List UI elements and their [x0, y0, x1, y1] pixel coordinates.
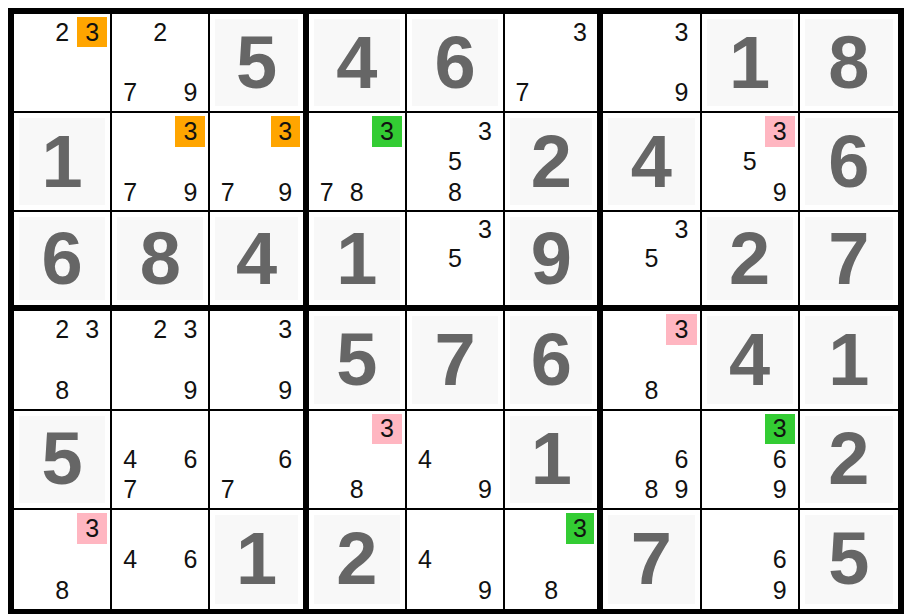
empty-candidate-slot: [765, 513, 795, 544]
empty-candidate-slot: [440, 544, 470, 575]
cell-r1c4[interactable]: 4: [309, 14, 407, 113]
empty-candidate-slot: [735, 414, 765, 444]
candidate-6: 6: [271, 444, 300, 474]
empty-candidate-slot: [242, 474, 271, 504]
empty-candidate-slot: [636, 273, 666, 302]
empty-candidate-slot: [242, 314, 271, 344]
empty-candidate-slot: [372, 444, 402, 474]
empty-candidate-slot: [508, 17, 537, 47]
cell-r5c9[interactable]: 2: [800, 411, 898, 510]
cell-r1c9[interactable]: 8: [800, 14, 898, 113]
candidate-3-highlight-orange: 3: [175, 116, 205, 146]
solved-digit: 5: [314, 316, 400, 403]
solved-digit: 2: [805, 416, 893, 503]
empty-candidate-slot: [636, 345, 666, 375]
candidate-6: 6: [765, 544, 795, 575]
empty-candidate-slot: [145, 474, 175, 504]
empty-candidate-slot: [537, 17, 566, 47]
empty-candidate-slot: [77, 47, 107, 77]
empty-candidate-slot: [372, 147, 402, 177]
cell-r4c2[interactable]: 239: [112, 311, 210, 410]
solved-digit: 7: [412, 316, 498, 403]
empty-candidate-slot: [145, 575, 175, 606]
candidate-3: 3: [666, 17, 696, 47]
cell-r6c4[interactable]: 2: [309, 510, 407, 609]
empty-candidate-slot: [410, 474, 440, 504]
candidate-9: 9: [765, 474, 795, 504]
solved-digit: 6: [805, 118, 893, 205]
empty-candidate-slot: [145, 47, 175, 77]
empty-candidate-slot: [213, 147, 242, 177]
empty-candidate-slot: [606, 314, 636, 344]
solved-digit: 7: [805, 217, 893, 300]
empty-candidate-slot: [606, 414, 636, 444]
cell-r2c7[interactable]: 4: [603, 113, 701, 212]
empty-candidate-slot: [115, 116, 145, 146]
empty-candidate-slot: [312, 474, 342, 504]
empty-candidate-slot: [470, 147, 500, 177]
empty-candidate-slot: [470, 177, 500, 207]
candidate-9: 9: [175, 177, 205, 207]
empty-candidate-slot: [17, 78, 47, 108]
empty-candidate-slot: [666, 244, 696, 273]
empty-candidate-slot: [312, 116, 342, 146]
empty-candidate-slot: [242, 177, 271, 207]
cell-r1c1[interactable]: 23: [14, 14, 112, 113]
empty-candidate-slot: [606, 273, 636, 302]
candidate-3-highlight-green: 3: [372, 116, 402, 146]
candidate-8: 8: [537, 575, 566, 606]
empty-candidate-slot: [735, 444, 765, 474]
cell-r4c4[interactable]: 5: [309, 311, 407, 410]
empty-candidate-slot: [606, 244, 636, 273]
cell-r3c6[interactable]: 9: [505, 212, 603, 311]
empty-candidate-slot: [606, 345, 636, 375]
empty-candidate-slot: [115, 147, 145, 177]
empty-candidate-slot: [566, 544, 595, 575]
empty-candidate-slot: [410, 575, 440, 606]
cell-r2c8[interactable]: 359: [702, 113, 800, 212]
empty-candidate-slot: [17, 544, 47, 575]
cell-r3c3[interactable]: 4: [210, 212, 308, 311]
cell-r2c1[interactable]: 1: [14, 113, 112, 212]
cell-r1c2[interactable]: 279: [112, 14, 210, 113]
candidate-3: 3: [271, 314, 300, 344]
empty-candidate-slot: [440, 414, 470, 444]
candidate-7: 7: [213, 474, 242, 504]
empty-candidate-slot: [666, 414, 696, 444]
solved-digit: 4: [707, 316, 793, 403]
candidate-3-highlight-orange: 3: [77, 17, 107, 47]
cell-r5c7[interactable]: 689: [603, 411, 701, 510]
solved-digit: 1: [510, 416, 592, 503]
empty-candidate-slot: [705, 147, 735, 177]
empty-candidate-slot: [77, 575, 107, 606]
empty-candidate-slot: [636, 47, 666, 77]
cell-r4c8[interactable]: 4: [702, 311, 800, 410]
cell-r3c2[interactable]: 8: [112, 212, 210, 311]
solved-digit: 4: [215, 217, 297, 300]
empty-candidate-slot: [636, 444, 666, 474]
candidate-2: 2: [47, 17, 77, 47]
candidate-5: 5: [636, 244, 666, 273]
cell-r3c9[interactable]: 7: [800, 212, 898, 311]
candidate-3: 3: [175, 314, 205, 344]
empty-candidate-slot: [566, 575, 595, 606]
candidate-7: 7: [213, 177, 242, 207]
cell-r1c7[interactable]: 39: [603, 14, 701, 113]
empty-candidate-slot: [470, 513, 500, 544]
empty-candidate-slot: [470, 244, 500, 273]
empty-candidate-slot: [372, 177, 402, 207]
empty-candidate-slot: [115, 47, 145, 77]
empty-candidate-slot: [175, 345, 205, 375]
solved-digit: 7: [608, 515, 694, 604]
candidate-3-highlight-pink: 3: [372, 414, 402, 444]
empty-candidate-slot: [342, 414, 372, 444]
empty-candidate-slot: [372, 474, 402, 504]
empty-candidate-slot: [705, 575, 735, 606]
empty-candidate-slot: [145, 116, 175, 146]
sudoku-board: 2327954637391813793793783582435966841359…: [8, 8, 904, 614]
empty-candidate-slot: [508, 47, 537, 77]
empty-candidate-slot: [145, 444, 175, 474]
candidate-3: 3: [566, 17, 595, 47]
empty-candidate-slot: [312, 444, 342, 474]
empty-candidate-slot: [636, 215, 666, 244]
candidate-4: 4: [410, 544, 440, 575]
empty-candidate-slot: [735, 116, 765, 146]
empty-candidate-slot: [242, 116, 271, 146]
empty-candidate-slot: [271, 345, 300, 375]
empty-candidate-slot: [410, 116, 440, 146]
empty-candidate-slot: [636, 314, 666, 344]
empty-candidate-slot: [17, 17, 47, 47]
cell-r2c5[interactable]: 358: [407, 113, 505, 212]
cell-r5c1[interactable]: 5: [14, 411, 112, 510]
cell-r2c4[interactable]: 378: [309, 113, 407, 212]
empty-candidate-slot: [735, 513, 765, 544]
empty-candidate-slot: [606, 17, 636, 47]
empty-candidate-slot: [735, 177, 765, 207]
cell-r5c3[interactable]: 67: [210, 411, 308, 510]
empty-candidate-slot: [115, 17, 145, 47]
cell-r3c5[interactable]: 35: [407, 212, 505, 311]
empty-candidate-slot: [175, 513, 205, 544]
candidate-8: 8: [342, 177, 372, 207]
cell-r6c1[interactable]: 38: [14, 510, 112, 609]
solved-digit: 6: [19, 217, 105, 300]
cell-r6c9[interactable]: 5: [800, 510, 898, 609]
empty-candidate-slot: [175, 575, 205, 606]
cell-r6c6[interactable]: 38: [505, 510, 603, 609]
candidate-6: 6: [666, 444, 696, 474]
candidate-7: 7: [115, 177, 145, 207]
empty-candidate-slot: [115, 414, 145, 444]
empty-candidate-slot: [17, 345, 47, 375]
solved-digit: 2: [314, 515, 400, 604]
candidate-6: 6: [175, 544, 205, 575]
cell-r2c2[interactable]: 379: [112, 113, 210, 212]
empty-candidate-slot: [666, 375, 696, 405]
empty-candidate-slot: [17, 314, 47, 344]
candidate-3-highlight-pink: 3: [765, 116, 795, 146]
cell-r3c7[interactable]: 35: [603, 212, 701, 311]
cell-r6c3[interactable]: 1: [210, 510, 308, 609]
empty-candidate-slot: [175, 474, 205, 504]
solved-digit: 1: [707, 19, 793, 106]
empty-candidate-slot: [115, 314, 145, 344]
cell-r1c8[interactable]: 1: [702, 14, 800, 113]
empty-candidate-slot: [242, 414, 271, 444]
cell-r5c2[interactable]: 467: [112, 411, 210, 510]
cell-r6c2[interactable]: 46: [112, 510, 210, 609]
empty-candidate-slot: [606, 444, 636, 474]
empty-candidate-slot: [115, 375, 145, 405]
empty-candidate-slot: [508, 544, 537, 575]
candidate-5: 5: [440, 244, 470, 273]
cell-r6c7[interactable]: 7: [603, 510, 701, 609]
candidate-7: 7: [115, 474, 145, 504]
empty-candidate-slot: [312, 147, 342, 177]
empty-candidate-slot: [705, 116, 735, 146]
solved-digit: 1: [314, 217, 400, 300]
empty-candidate-slot: [242, 444, 271, 474]
empty-candidate-slot: [508, 513, 537, 544]
cell-r4c9[interactable]: 1: [800, 311, 898, 410]
cell-r4c6[interactable]: 6: [505, 311, 603, 410]
cell-r4c1[interactable]: 238: [14, 311, 112, 410]
candidate-8: 8: [47, 375, 77, 405]
empty-candidate-slot: [440, 273, 470, 302]
cell-r6c8[interactable]: 69: [702, 510, 800, 609]
empty-candidate-slot: [242, 345, 271, 375]
candidate-7: 7: [508, 78, 537, 108]
empty-candidate-slot: [175, 414, 205, 444]
empty-candidate-slot: [440, 116, 470, 146]
empty-candidate-slot: [145, 414, 175, 444]
empty-candidate-slot: [537, 78, 566, 108]
empty-candidate-slot: [508, 575, 537, 606]
cell-r2c9[interactable]: 6: [800, 113, 898, 212]
empty-candidate-slot: [115, 345, 145, 375]
candidate-9: 9: [765, 575, 795, 606]
empty-candidate-slot: [440, 575, 470, 606]
empty-candidate-slot: [735, 474, 765, 504]
empty-candidate-slot: [705, 474, 735, 504]
solved-digit: 5: [19, 416, 105, 503]
candidate-2: 2: [145, 17, 175, 47]
cell-r5c4[interactable]: 38: [309, 411, 407, 510]
candidate-3: 3: [77, 314, 107, 344]
empty-candidate-slot: [17, 513, 47, 544]
cell-r4c3[interactable]: 39: [210, 311, 308, 410]
candidate-7: 7: [115, 78, 145, 108]
empty-candidate-slot: [115, 575, 145, 606]
empty-candidate-slot: [77, 375, 107, 405]
candidate-7: 7: [312, 177, 342, 207]
candidate-8: 8: [440, 177, 470, 207]
empty-candidate-slot: [636, 17, 666, 47]
cell-r5c8[interactable]: 369: [702, 411, 800, 510]
empty-candidate-slot: [213, 414, 242, 444]
solved-digit: 4: [314, 19, 400, 106]
empty-candidate-slot: [145, 375, 175, 405]
cell-r4c7[interactable]: 38: [603, 311, 701, 410]
empty-candidate-slot: [271, 474, 300, 504]
empty-candidate-slot: [470, 544, 500, 575]
candidate-9: 9: [271, 177, 300, 207]
empty-candidate-slot: [145, 513, 175, 544]
empty-candidate-slot: [77, 544, 107, 575]
empty-candidate-slot: [606, 78, 636, 108]
empty-candidate-slot: [312, 414, 342, 444]
empty-candidate-slot: [735, 575, 765, 606]
empty-candidate-slot: [213, 116, 242, 146]
empty-candidate-slot: [145, 78, 175, 108]
empty-candidate-slot: [537, 544, 566, 575]
candidate-3-highlight-green: 3: [566, 513, 595, 544]
empty-candidate-slot: [537, 513, 566, 544]
solved-digit: 1: [215, 515, 297, 604]
solved-digit: 6: [412, 19, 498, 106]
candidate-3: 3: [666, 215, 696, 244]
empty-candidate-slot: [636, 414, 666, 444]
candidate-9: 9: [470, 575, 500, 606]
empty-candidate-slot: [735, 544, 765, 575]
empty-candidate-slot: [175, 47, 205, 77]
cell-r3c8[interactable]: 2: [702, 212, 800, 311]
candidate-4: 4: [410, 444, 440, 474]
empty-candidate-slot: [566, 47, 595, 77]
empty-candidate-slot: [537, 47, 566, 77]
cell-r5c6[interactable]: 1: [505, 411, 603, 510]
empty-candidate-slot: [440, 474, 470, 504]
cell-r3c1[interactable]: 6: [14, 212, 112, 311]
solved-digit: 2: [510, 118, 592, 205]
empty-candidate-slot: [213, 314, 242, 344]
cell-r1c3[interactable]: 5: [210, 14, 308, 113]
empty-candidate-slot: [410, 244, 440, 273]
empty-candidate-slot: [470, 273, 500, 302]
empty-candidate-slot: [17, 375, 47, 405]
empty-candidate-slot: [342, 116, 372, 146]
empty-candidate-slot: [410, 513, 440, 544]
empty-candidate-slot: [606, 215, 636, 244]
candidate-9: 9: [765, 177, 795, 207]
cell-r1c6[interactable]: 37: [505, 14, 603, 113]
empty-candidate-slot: [47, 78, 77, 108]
empty-candidate-slot: [17, 47, 47, 77]
empty-candidate-slot: [666, 273, 696, 302]
solved-digit: 4: [608, 118, 694, 205]
empty-candidate-slot: [606, 375, 636, 405]
candidate-3-highlight-green: 3: [765, 414, 795, 444]
empty-candidate-slot: [705, 513, 735, 544]
candidate-8: 8: [636, 474, 666, 504]
empty-candidate-slot: [705, 544, 735, 575]
cell-r6c5[interactable]: 49: [407, 510, 505, 609]
empty-candidate-slot: [175, 17, 205, 47]
solved-digit: 5: [215, 19, 297, 106]
empty-candidate-slot: [666, 345, 696, 375]
empty-candidate-slot: [145, 177, 175, 207]
solved-digit: 8: [805, 19, 893, 106]
candidate-9: 9: [271, 375, 300, 405]
empty-candidate-slot: [47, 47, 77, 77]
empty-candidate-slot: [666, 47, 696, 77]
candidate-9: 9: [666, 78, 696, 108]
solved-digit: 9: [510, 217, 592, 300]
empty-candidate-slot: [410, 215, 440, 244]
empty-candidate-slot: [342, 147, 372, 177]
empty-candidate-slot: [242, 147, 271, 177]
candidate-4: 4: [115, 444, 145, 474]
candidate-8: 8: [342, 474, 372, 504]
empty-candidate-slot: [765, 147, 795, 177]
empty-candidate-slot: [410, 273, 440, 302]
cell-r1c5[interactable]: 6: [407, 14, 505, 113]
candidate-6: 6: [765, 444, 795, 474]
solved-digit: 2: [707, 217, 793, 300]
empty-candidate-slot: [242, 375, 271, 405]
empty-candidate-slot: [606, 47, 636, 77]
candidate-4: 4: [115, 544, 145, 575]
candidate-6: 6: [175, 444, 205, 474]
candidate-9: 9: [175, 375, 205, 405]
candidate-2: 2: [145, 314, 175, 344]
candidate-3-highlight-orange: 3: [271, 116, 300, 146]
candidate-5: 5: [440, 147, 470, 177]
empty-candidate-slot: [410, 177, 440, 207]
empty-candidate-slot: [145, 544, 175, 575]
cell-r2c6[interactable]: 2: [505, 113, 603, 212]
empty-candidate-slot: [213, 345, 242, 375]
empty-candidate-slot: [213, 444, 242, 474]
candidate-2: 2: [47, 314, 77, 344]
empty-candidate-slot: [440, 513, 470, 544]
empty-candidate-slot: [213, 375, 242, 405]
cell-r4c5[interactable]: 7: [407, 311, 505, 410]
empty-candidate-slot: [271, 414, 300, 444]
empty-candidate-slot: [440, 215, 470, 244]
empty-candidate-slot: [636, 78, 666, 108]
empty-candidate-slot: [175, 147, 205, 177]
empty-candidate-slot: [440, 444, 470, 474]
empty-candidate-slot: [77, 345, 107, 375]
solved-digit: 1: [19, 118, 105, 205]
candidate-9: 9: [175, 78, 205, 108]
empty-candidate-slot: [271, 147, 300, 177]
empty-candidate-slot: [705, 177, 735, 207]
solved-digit: 1: [805, 316, 893, 403]
candidate-8: 8: [636, 375, 666, 405]
empty-candidate-slot: [705, 414, 735, 444]
candidate-3: 3: [470, 215, 500, 244]
empty-candidate-slot: [47, 513, 77, 544]
empty-candidate-slot: [342, 444, 372, 474]
candidate-9: 9: [666, 474, 696, 504]
empty-candidate-slot: [77, 78, 107, 108]
empty-candidate-slot: [17, 575, 47, 606]
cell-r5c5[interactable]: 49: [407, 411, 505, 510]
empty-candidate-slot: [145, 345, 175, 375]
cell-r2c3[interactable]: 379: [210, 113, 308, 212]
empty-candidate-slot: [47, 544, 77, 575]
empty-candidate-slot: [470, 444, 500, 474]
empty-candidate-slot: [470, 414, 500, 444]
cell-r3c4[interactable]: 1: [309, 212, 407, 311]
